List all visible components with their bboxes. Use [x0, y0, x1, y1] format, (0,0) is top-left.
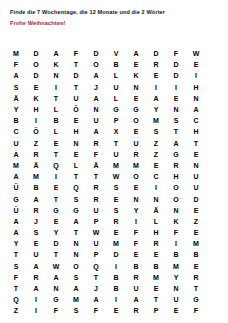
- grid-cell-r5c7: E: [126, 93, 146, 104]
- grid-cell-r20c7: B: [126, 261, 146, 272]
- grid-cell-r5c4: U: [66, 93, 86, 104]
- grid-cell-r11c5: Ä: [86, 160, 106, 171]
- grid-cell-r12c6: W: [106, 171, 126, 182]
- grid-cell-r18c3: D: [46, 238, 66, 249]
- grid-cell-r22c1: T: [6, 283, 26, 294]
- grid-cell-r2c4: T: [66, 59, 86, 70]
- grid-cell-r11c10: N: [186, 160, 206, 171]
- grid-cell-r21c10: R: [186, 272, 206, 283]
- grid-cell-r14c10: D: [186, 193, 206, 204]
- grid-cell-r10c3: T: [46, 149, 66, 160]
- grid-cell-r20c9: M: [166, 261, 186, 272]
- grid-cell-r4c5: J: [86, 82, 106, 93]
- grid-cell-r6c1: Y: [6, 104, 26, 115]
- grid-cell-r19c6: D: [106, 249, 126, 260]
- grid-cell-r22c10: T: [186, 283, 206, 294]
- grid-cell-r21c2: R: [26, 272, 46, 283]
- grid-cell-r13c4: Q: [66, 182, 86, 193]
- grid-cell-r10c9: G: [166, 149, 186, 160]
- grid-cell-r1c10: W: [186, 48, 206, 59]
- grid-cell-r1c3: A: [46, 48, 66, 59]
- grid-cell-r2c9: D: [166, 59, 186, 70]
- grid-cell-r11c9: R: [166, 160, 186, 171]
- grid-cell-r17c7: F: [126, 227, 146, 238]
- grid-cell-r19c4: N: [66, 249, 86, 260]
- grid-cell-r20c8: B: [146, 261, 166, 272]
- grid-cell-r3c3: N: [46, 70, 66, 81]
- grid-cell-r15c6: S: [106, 205, 126, 216]
- grid-cell-r14c2: A: [26, 193, 46, 204]
- grid-cell-r7c7: O: [126, 115, 146, 126]
- grid-cell-r19c10: B: [186, 249, 206, 260]
- grid-cell-r24c2: I: [26, 305, 46, 316]
- grid-cell-r14c7: N: [126, 193, 146, 204]
- grid-cell-r5c3: T: [46, 93, 66, 104]
- grid-cell-r24c8: P: [146, 305, 166, 316]
- grid-cell-r16c4: A: [66, 216, 86, 227]
- grid-cell-r15c7: Y: [126, 205, 146, 216]
- grid-cell-r17c3: Y: [46, 227, 66, 238]
- grid-cell-r8c5: A: [86, 126, 106, 137]
- grid-cell-r4c10: H: [186, 82, 206, 93]
- word-search-grid: MDAFDVADFWFOKTOBERDEADNDALKEDISEITJUNIIH…: [6, 48, 206, 317]
- grid-cell-r2c2: O: [26, 59, 46, 70]
- grid-cell-r22c9: N: [166, 283, 186, 294]
- grid-cell-r6c9: N: [166, 104, 186, 115]
- grid-cell-r5c1: Ä: [6, 93, 26, 104]
- grid-cell-r16c5: P: [86, 216, 106, 227]
- grid-cell-r20c5: Q: [86, 261, 106, 272]
- grid-cell-r1c9: F: [166, 48, 186, 59]
- grid-cell-r18c10: M: [186, 238, 206, 249]
- grid-cell-r14c6: E: [106, 193, 126, 204]
- grid-cell-r6c4: Ö: [66, 104, 86, 115]
- grid-cell-r21c9: Y: [166, 272, 186, 283]
- grid-cell-r1c5: D: [86, 48, 106, 59]
- grid-cell-r23c3: G: [46, 294, 66, 305]
- grid-cell-r16c7: I: [126, 216, 146, 227]
- grid-cell-r16c1: A: [6, 216, 26, 227]
- grid-cell-r1c4: F: [66, 48, 86, 59]
- grid-cell-r10c4: E: [66, 149, 86, 160]
- grid-cell-r23c7: A: [126, 294, 146, 305]
- grid-cell-r7c8: M: [146, 115, 166, 126]
- grid-cell-r19c2: U: [26, 249, 46, 260]
- grid-cell-r8c6: X: [106, 126, 126, 137]
- grid-cell-r24c6: E: [106, 305, 126, 316]
- grid-cell-r24c3: F: [46, 305, 66, 316]
- grid-cell-r12c4: T: [66, 171, 86, 182]
- grid-cell-r22c3: N: [46, 283, 66, 294]
- grid-cell-r14c3: T: [46, 193, 66, 204]
- grid-cell-r3c8: E: [146, 70, 166, 81]
- grid-cell-r20c10: E: [186, 261, 206, 272]
- grid-cell-r15c3: G: [46, 205, 66, 216]
- grid-cell-r15c4: G: [66, 205, 86, 216]
- grid-cell-r13c1: Ü: [6, 182, 26, 193]
- grid-cell-r6c2: H: [26, 104, 46, 115]
- grid-cell-r23c1: Q: [6, 294, 26, 305]
- grid-cell-r11c6: M: [106, 160, 126, 171]
- grid-cell-r22c7: U: [126, 283, 146, 294]
- grid-cell-r12c1: A: [6, 171, 26, 182]
- grid-cell-r12c2: M: [26, 171, 46, 182]
- grid-cell-r2c3: K: [46, 59, 66, 70]
- grid-cell-r1c8: D: [146, 48, 166, 59]
- grid-cell-r4c8: I: [146, 82, 166, 93]
- grid-cell-r18c6: M: [106, 238, 126, 249]
- grid-cell-r16c9: K: [166, 216, 186, 227]
- instruction-text: Finde die 7 Wochentage, die 12 Monate un…: [10, 9, 165, 15]
- grid-cell-r17c8: H: [146, 227, 166, 238]
- grid-cell-r8c2: Ö: [26, 126, 46, 137]
- grid-cell-r3c4: D: [66, 70, 86, 81]
- grid-cell-r1c6: V: [106, 48, 126, 59]
- grid-cell-r8c4: H: [66, 126, 86, 137]
- grid-cell-r9c5: R: [86, 138, 106, 149]
- grid-cell-r23c10: G: [186, 294, 206, 305]
- grid-cell-r16c2: J: [26, 216, 46, 227]
- grid-cell-r3c10: I: [186, 70, 206, 81]
- grid-cell-r19c9: B: [166, 249, 186, 260]
- grid-cell-r12c9: H: [166, 171, 186, 182]
- grid-cell-r13c2: B: [26, 182, 46, 193]
- grid-cell-r12c5: T: [86, 171, 106, 182]
- grid-cell-r18c5: U: [86, 238, 106, 249]
- grid-cell-r18c8: R: [146, 238, 166, 249]
- grid-cell-r24c4: S: [66, 305, 86, 316]
- grid-cell-r15c9: N: [166, 205, 186, 216]
- grid-cell-r22c2: A: [26, 283, 46, 294]
- grid-cell-r13c6: S: [106, 182, 126, 193]
- grid-cell-r8c9: T: [166, 126, 186, 137]
- grid-cell-r8c10: H: [186, 126, 206, 137]
- grid-cell-r12c7: O: [126, 171, 146, 182]
- grid-cell-r16c8: L: [146, 216, 166, 227]
- grid-cell-r9c1: U: [6, 138, 26, 149]
- grid-cell-r21c5: T: [86, 272, 106, 283]
- grid-cell-r9c7: U: [126, 138, 146, 149]
- grid-cell-r7c4: E: [66, 115, 86, 126]
- grid-cell-r10c10: E: [186, 149, 206, 160]
- grid-cell-r7c6: P: [106, 115, 126, 126]
- grid-cell-r11c4: L: [66, 160, 86, 171]
- grid-cell-r20c6: I: [106, 261, 126, 272]
- grid-cell-r19c3: T: [46, 249, 66, 260]
- grid-cell-r5c9: E: [166, 93, 186, 104]
- grid-cell-r6c8: Y: [146, 104, 166, 115]
- grid-cell-r13c5: R: [86, 182, 106, 193]
- grid-cell-r17c6: E: [106, 227, 126, 238]
- grid-cell-r19c7: E: [126, 249, 146, 260]
- grid-cell-r15c1: Ü: [6, 205, 26, 216]
- greeting-text: Frohe Weihnachten!: [10, 20, 65, 26]
- grid-cell-r17c4: T: [66, 227, 86, 238]
- grid-cell-r21c3: A: [46, 272, 66, 283]
- grid-cell-r7c5: U: [86, 115, 106, 126]
- grid-cell-r21c8: M: [146, 272, 166, 283]
- grid-cell-r12c3: I: [46, 171, 66, 182]
- grid-cell-r17c2: S: [26, 227, 46, 238]
- grid-cell-r9c8: Z: [146, 138, 166, 149]
- grid-cell-r18c7: F: [126, 238, 146, 249]
- grid-cell-r24c10: F: [186, 305, 206, 316]
- grid-cell-r20c3: W: [46, 261, 66, 272]
- grid-cell-r5c2: K: [26, 93, 46, 104]
- grid-cell-r3c9: D: [166, 70, 186, 81]
- grid-cell-r14c9: O: [166, 193, 186, 204]
- grid-cell-r2c7: E: [126, 59, 146, 70]
- grid-cell-r2c1: F: [6, 59, 26, 70]
- grid-cell-r9c10: T: [186, 138, 206, 149]
- grid-cell-r16c6: R: [106, 216, 126, 227]
- grid-cell-r4c7: N: [126, 82, 146, 93]
- grid-cell-r9c6: T: [106, 138, 126, 149]
- grid-cell-r6c10: A: [186, 104, 206, 115]
- grid-cell-r7c3: B: [46, 115, 66, 126]
- grid-cell-r9c4: N: [66, 138, 86, 149]
- grid-cell-r4c6: U: [106, 82, 126, 93]
- grid-cell-r13c7: E: [126, 182, 146, 193]
- grid-cell-r18c1: Y: [6, 238, 26, 249]
- grid-cell-r14c4: S: [66, 193, 86, 204]
- grid-cell-r23c9: U: [166, 294, 186, 305]
- grid-cell-r13c10: U: [186, 182, 206, 193]
- grid-cell-r5c6: L: [106, 93, 126, 104]
- grid-cell-r10c1: A: [6, 149, 26, 160]
- grid-cell-r23c2: I: [26, 294, 46, 305]
- grid-cell-r7c1: B: [6, 115, 26, 126]
- grid-cell-r20c2: A: [26, 261, 46, 272]
- grid-cell-r18c4: N: [66, 238, 86, 249]
- grid-cell-r22c4: A: [66, 283, 86, 294]
- grid-cell-r20c4: O: [66, 261, 86, 272]
- grid-cell-r4c3: I: [46, 82, 66, 93]
- grid-cell-r6c7: G: [126, 104, 146, 115]
- grid-cell-r10c2: R: [26, 149, 46, 160]
- grid-cell-r4c4: T: [66, 82, 86, 93]
- grid-cell-r23c4: M: [66, 294, 86, 305]
- grid-cell-r17c9: F: [166, 227, 186, 238]
- grid-cell-r8c8: S: [146, 126, 166, 137]
- grid-cell-r8c3: L: [46, 126, 66, 137]
- grid-cell-r14c8: N: [146, 193, 166, 204]
- grid-cell-r15c5: U: [86, 205, 106, 216]
- grid-cell-r6c6: G: [106, 104, 126, 115]
- grid-cell-r10c7: R: [126, 149, 146, 160]
- grid-cell-r1c7: A: [126, 48, 146, 59]
- grid-cell-r17c10: E: [186, 227, 206, 238]
- grid-cell-r23c6: I: [106, 294, 126, 305]
- grid-cell-r13c9: O: [166, 182, 186, 193]
- grid-cell-r12c10: U: [186, 171, 206, 182]
- grid-cell-r7c10: C: [186, 115, 206, 126]
- grid-cell-r9c3: E: [46, 138, 66, 149]
- grid-cell-r19c8: E: [146, 249, 166, 260]
- grid-cell-r2c10: E: [186, 59, 206, 70]
- grid-cell-r1c2: D: [26, 48, 46, 59]
- grid-cell-r5c5: A: [86, 93, 106, 104]
- grid-cell-r7c9: S: [166, 115, 186, 126]
- grid-cell-r7c2: I: [26, 115, 46, 126]
- grid-cell-r13c8: I: [146, 182, 166, 193]
- grid-cell-r17c5: W: [86, 227, 106, 238]
- grid-cell-r18c9: I: [166, 238, 186, 249]
- grid-cell-r3c5: A: [86, 70, 106, 81]
- grid-cell-r10c6: U: [106, 149, 126, 160]
- grid-cell-r11c1: M: [6, 160, 26, 171]
- grid-cell-r11c8: E: [146, 160, 166, 171]
- grid-cell-r12c8: C: [146, 171, 166, 182]
- grid-cell-r22c5: J: [86, 283, 106, 294]
- grid-cell-r4c2: E: [26, 82, 46, 93]
- grid-cell-r23c8: T: [146, 294, 166, 305]
- grid-cell-r2c6: B: [106, 59, 126, 70]
- grid-cell-r3c6: L: [106, 70, 126, 81]
- grid-cell-r23c5: A: [86, 294, 106, 305]
- grid-cell-r3c7: K: [126, 70, 146, 81]
- grid-cell-r15c10: E: [186, 205, 206, 216]
- grid-cell-r10c8: Z: [146, 149, 166, 160]
- grid-cell-r21c1: F: [6, 272, 26, 283]
- grid-cell-r2c5: O: [86, 59, 106, 70]
- grid-cell-r3c1: A: [6, 70, 26, 81]
- grid-cell-r21c6: B: [106, 272, 126, 283]
- grid-cell-r3c2: D: [26, 70, 46, 81]
- grid-cell-r19c1: T: [6, 249, 26, 260]
- grid-cell-r24c9: E: [166, 305, 186, 316]
- grid-cell-r14c1: G: [6, 193, 26, 204]
- grid-cell-r6c5: N: [86, 104, 106, 115]
- grid-cell-r4c9: I: [166, 82, 186, 93]
- grid-cell-r11c2: Ä: [26, 160, 46, 171]
- grid-cell-r10c5: F: [86, 149, 106, 160]
- grid-cell-r9c2: Z: [26, 138, 46, 149]
- grid-cell-r15c8: Ä: [146, 205, 166, 216]
- grid-cell-r17c1: A: [6, 227, 26, 238]
- grid-cell-r2c8: R: [146, 59, 166, 70]
- grid-cell-r11c7: M: [126, 160, 146, 171]
- grid-cell-r15c2: R: [26, 205, 46, 216]
- grid-cell-r16c3: E: [46, 216, 66, 227]
- grid-cell-r21c4: S: [66, 272, 86, 283]
- grid-cell-r13c3: E: [46, 182, 66, 193]
- grid-cell-r16c10: Z: [186, 216, 206, 227]
- grid-cell-r19c5: P: [86, 249, 106, 260]
- grid-cell-r8c7: E: [126, 126, 146, 137]
- grid-cell-r6c3: L: [46, 104, 66, 115]
- grid-cell-r20c1: S: [6, 261, 26, 272]
- grid-cell-r24c5: F: [86, 305, 106, 316]
- grid-cell-r22c6: B: [106, 283, 126, 294]
- grid-cell-r24c1: Z: [6, 305, 26, 316]
- grid-cell-r14c5: R: [86, 193, 106, 204]
- grid-cell-r1c1: M: [6, 48, 26, 59]
- grid-cell-r4c1: S: [6, 82, 26, 93]
- grid-cell-r9c9: A: [166, 138, 186, 149]
- grid-cell-r22c8: E: [146, 283, 166, 294]
- grid-cell-r24c7: R: [126, 305, 146, 316]
- grid-cell-r5c10: N: [186, 93, 206, 104]
- grid-cell-r21c7: R: [126, 272, 146, 283]
- grid-cell-r18c2: E: [26, 238, 46, 249]
- grid-cell-r8c1: C: [6, 126, 26, 137]
- grid-cell-r5c8: A: [146, 93, 166, 104]
- grid-cell-r11c3: Q: [46, 160, 66, 171]
